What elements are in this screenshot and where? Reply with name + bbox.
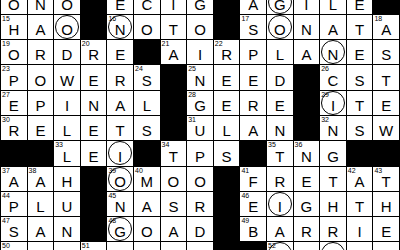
clue-number: 33 <box>55 141 63 149</box>
cell-letter: R <box>301 224 312 241</box>
grid-cell-r11c1[interactable]: 50 <box>1 242 27 250</box>
cell-letter: L <box>63 123 71 140</box>
cell-letter: O <box>168 174 180 191</box>
grid-cell-r2c8[interactable]: O <box>187 15 213 39</box>
cell-letter: E <box>355 47 365 64</box>
grid-cell-r7c13[interactable]: G <box>320 141 346 165</box>
cell-letter: G <box>114 224 126 241</box>
grid-cell-r2c13[interactable]: A <box>320 15 346 39</box>
grid-cell-r5c3[interactable]: I <box>54 91 80 115</box>
cell-letter: A <box>275 224 285 241</box>
grid-cell-r7c12[interactable]: 36N <box>294 141 320 165</box>
grid-cell-r1c12[interactable]: I <box>294 0 320 14</box>
grid-cell-r9c6[interactable]: A <box>134 192 160 216</box>
cell-letter: I <box>358 224 362 241</box>
cell-letter: S <box>9 224 19 241</box>
cell-letter: E <box>89 149 99 166</box>
black-cell-r8c9 <box>214 167 240 191</box>
grid-cell-r9c15[interactable]: H <box>373 192 399 216</box>
grid-cell-r3c11[interactable]: L <box>267 40 293 64</box>
grid-cell-r11c7[interactable] <box>161 242 187 250</box>
cell-letter: G <box>194 98 206 115</box>
cell-letter: R <box>221 47 232 64</box>
grid-cell-r8c11[interactable]: R <box>267 167 293 191</box>
grid-cell-r6c15[interactable]: W <box>373 116 399 140</box>
black-cell-r11c10 <box>240 242 266 250</box>
grid-cell-r10c14[interactable]: I <box>347 217 373 241</box>
cell-letter: N <box>328 47 339 64</box>
cell-letter: I <box>171 0 175 14</box>
grid-cell-r11c6[interactable] <box>134 242 160 250</box>
black-cell-r2c9 <box>214 15 240 39</box>
cell-letter: P <box>9 199 19 216</box>
black-cell-r6c7 <box>161 116 187 140</box>
cell-letter: E <box>115 0 125 14</box>
cell-letter: O <box>194 22 206 39</box>
cell-letter: N <box>195 73 206 90</box>
cell-letter: E <box>381 224 391 241</box>
grid-cell-r10c15[interactable]: E <box>373 217 399 241</box>
cell-letter: U <box>62 199 73 216</box>
grid-cell-r5c2[interactable]: P <box>28 91 54 115</box>
grid-cell-r1c11[interactable]: G <box>267 0 293 14</box>
grid-cell-r8c14[interactable]: 42A <box>347 167 373 191</box>
grid-cell-r5c10[interactable]: R <box>240 91 266 115</box>
cell-letter: S <box>355 73 365 90</box>
cell-letter: E <box>115 47 125 64</box>
grid-cell-r9c1[interactable]: 44P <box>1 192 27 216</box>
cell-letter: W <box>60 73 74 90</box>
grid-cell-r2c3[interactable]: O <box>54 15 80 39</box>
cell-letter: T <box>169 149 178 166</box>
black-cell-r9c9 <box>214 192 240 216</box>
clue-number: 52 <box>268 242 276 250</box>
cell-letter: I <box>331 98 335 115</box>
crossword-grid[interactable]: ONOECIGAGILE15HAO16NOTO17SONAT18A19ORD20… <box>0 0 400 250</box>
grid-cell-r11c13[interactable] <box>320 242 346 250</box>
cell-letter: A <box>248 0 258 14</box>
cell-letter: W <box>379 123 393 140</box>
grid-cell-r3c3[interactable]: D <box>54 40 80 64</box>
grid-cell-r9c11[interactable]: I <box>267 192 293 216</box>
cell-letter: S <box>355 123 365 140</box>
cell-letter: I <box>198 47 202 64</box>
cell-letter: O <box>61 0 73 14</box>
cell-letter: T <box>382 174 391 191</box>
cell-letter: S <box>222 149 232 166</box>
cell-letter: C <box>141 0 152 14</box>
cell-letter: E <box>89 73 99 90</box>
grid-cell-r4c3[interactable]: W <box>54 65 80 89</box>
black-cell-r7c15 <box>373 141 399 165</box>
cell-letter: N <box>88 98 99 115</box>
cell-letter: H <box>381 199 392 216</box>
cell-letter: H <box>8 22 19 39</box>
cell-letter: A <box>301 47 311 64</box>
grid-cell-r7c11[interactable]: 35T <box>267 141 293 165</box>
cell-letter: S <box>142 73 152 90</box>
grid-cell-r11c2[interactable] <box>28 242 54 250</box>
grid-cell-r5c6[interactable]: L <box>134 91 160 115</box>
grid-cell-r8c8[interactable]: O <box>187 167 213 191</box>
grid-cell-r6c6[interactable]: S <box>134 116 160 140</box>
cell-letter: O <box>8 0 20 14</box>
clue-number: 50 <box>2 242 10 250</box>
black-cell-r9c4 <box>81 192 107 216</box>
cell-letter: N <box>301 22 312 39</box>
cell-letter: A <box>35 224 45 241</box>
grid-cell-r5c14[interactable]: T <box>347 91 373 115</box>
grid-cell-r3c12[interactable]: A <box>294 40 320 64</box>
cell-letter: A <box>355 174 365 191</box>
grid-cell-r6c9[interactable]: L <box>214 116 240 140</box>
grid-cell-r6c11[interactable]: N <box>267 116 293 140</box>
grid-cell-r6c2[interactable]: E <box>28 116 54 140</box>
grid-cell-r9c8[interactable]: R <box>187 192 213 216</box>
cell-letter: B <box>248 224 258 241</box>
grid-cell-r5c5[interactable]: A <box>107 91 133 115</box>
grid-cell-r5c15[interactable]: E <box>373 91 399 115</box>
cell-letter: P <box>35 98 45 115</box>
grid-cell-r5c8[interactable]: 28G <box>187 91 213 115</box>
grid-cell-r3c9[interactable]: 22R <box>214 40 240 64</box>
cell-letter: A <box>9 174 19 191</box>
black-cell-r4c7 <box>161 65 187 89</box>
grid-cell-r4c15[interactable]: T <box>373 65 399 89</box>
grid-cell-r9c10[interactable]: 46E <box>240 192 266 216</box>
black-cell-r10c9 <box>214 217 240 241</box>
cell-letter: S <box>381 47 391 64</box>
grid-cell-r10c3[interactable]: N <box>54 217 80 241</box>
grid-cell-r11c3[interactable] <box>54 242 80 250</box>
grid-cell-r2c1[interactable]: 15H <box>1 15 27 39</box>
grid-cell-r4c8[interactable]: 25N <box>187 65 213 89</box>
grid-cell-r8c5[interactable]: 39O <box>107 167 133 191</box>
cell-letter: L <box>36 199 44 216</box>
cell-letter: I <box>304 0 308 14</box>
grid-cell-r6c1[interactable]: 30R <box>1 116 27 140</box>
cell-letter: I <box>118 149 122 166</box>
grid-cell-r2c15[interactable]: 18A <box>373 15 399 39</box>
cell-letter: T <box>355 22 364 39</box>
grid-cell-r7c7[interactable]: 34T <box>161 141 187 165</box>
black-cell-r7c1 <box>1 141 27 165</box>
cell-letter: R <box>195 199 206 216</box>
cell-letter: L <box>276 47 284 64</box>
cell-letter: R <box>274 174 285 191</box>
black-cell-r7c14 <box>347 141 373 165</box>
grid-cell-r3c1[interactable]: 19O <box>1 40 27 64</box>
grid-cell-r1c2[interactable]: N <box>28 0 54 14</box>
black-cell-r1c15 <box>373 0 399 14</box>
black-cell-r10c4 <box>81 217 107 241</box>
grid-cell-r1c13[interactable]: L <box>320 0 346 14</box>
grid-cell-r3c15[interactable]: S <box>373 40 399 64</box>
grid-cell-r3c14[interactable]: E <box>347 40 373 64</box>
crossword-board: ONOECIGAGILE15HAO16NOTO17SONAT18A19ORD20… <box>0 0 400 250</box>
grid-cell-r10c7[interactable]: A <box>161 217 187 241</box>
cell-letter: E <box>381 98 391 115</box>
cell-letter: A <box>168 224 178 241</box>
grid-cell-r11c4[interactable]: 51 <box>81 242 107 250</box>
cell-letter: D <box>195 224 206 241</box>
black-cell-r6c12 <box>294 116 320 140</box>
cell-letter: E <box>248 199 258 216</box>
grid-cell-r7c9[interactable]: S <box>214 141 240 165</box>
cell-letter: O <box>8 47 20 64</box>
grid-cell-r6c10[interactable]: A <box>240 116 266 140</box>
cell-letter: E <box>222 73 232 90</box>
cell-letter: D <box>62 47 73 64</box>
grid-cell-r1c14[interactable]: E <box>347 0 373 14</box>
cell-letter: T <box>275 149 284 166</box>
cell-letter: R <box>8 123 19 140</box>
black-cell-r7c6 <box>134 141 160 165</box>
cell-letter: A <box>248 123 258 140</box>
grid-cell-r9c7[interactable]: S <box>161 192 187 216</box>
cell-letter: O <box>274 22 286 39</box>
grid-cell-r2c11[interactable]: O <box>267 15 293 39</box>
black-cell-r8c4 <box>81 167 107 191</box>
grid-cell-r4c6[interactable]: 24S <box>134 65 160 89</box>
grid-cell-r1c6[interactable]: C <box>134 0 160 14</box>
grid-cell-r11c12[interactable] <box>294 242 320 250</box>
grid-cell-r4c13[interactable]: 26C <box>320 65 346 89</box>
cell-letter: N <box>115 22 126 39</box>
cell-letter: G <box>194 0 206 14</box>
grid-cell-r9c2[interactable]: L <box>28 192 54 216</box>
cell-letter: E <box>89 123 99 140</box>
black-cell-r5c7 <box>161 91 187 115</box>
grid-cell-r2c2[interactable]: A <box>28 15 54 39</box>
grid-cell-r8c3[interactable]: H <box>54 167 80 191</box>
grid-cell-r9c14[interactable]: T <box>347 192 373 216</box>
grid-cell-r9c13[interactable]: H <box>320 192 346 216</box>
cell-letter: P <box>248 47 258 64</box>
cell-letter: I <box>278 199 282 216</box>
cell-letter: S <box>142 123 152 140</box>
grid-cell-r3c4[interactable]: 20R <box>81 40 107 64</box>
grid-cell-r10c13[interactable]: R <box>320 217 346 241</box>
cell-letter: G <box>327 149 339 166</box>
grid-cell-r9c5[interactable]: 45N <box>107 192 133 216</box>
cell-letter: R <box>328 224 339 241</box>
grid-cell-r5c1[interactable]: 27E <box>1 91 27 115</box>
cell-letter: A <box>35 22 45 39</box>
grid-cell-r8c12[interactable]: E <box>294 167 320 191</box>
grid-cell-r4c4[interactable]: E <box>81 65 107 89</box>
grid-cell-r11c14[interactable] <box>347 242 373 250</box>
black-cell-r11c9 <box>214 242 240 250</box>
cell-letter: N <box>328 123 339 140</box>
cell-letter: T <box>116 123 125 140</box>
grid-cell-r8c13[interactable]: T <box>320 167 346 191</box>
grid-cell-r6c4[interactable]: E <box>81 116 107 140</box>
grid-cell-r11c11[interactable]: 52 <box>267 242 293 250</box>
grid-cell-r10c2[interactable]: A <box>28 217 54 241</box>
grid-cell-r1c8[interactable]: G <box>187 0 213 14</box>
cell-letter: T <box>169 22 178 39</box>
grid-cell-r6c13[interactable]: 32N <box>320 116 346 140</box>
cell-letter: G <box>301 199 313 216</box>
black-cell-r1c4 <box>81 0 107 14</box>
cell-letter: P <box>9 73 19 90</box>
cell-letter: M <box>141 174 154 191</box>
grid-cell-r7c3[interactable]: 33L <box>54 141 80 165</box>
cell-letter: O <box>114 174 126 191</box>
cell-letter: N <box>62 224 73 241</box>
grid-cell-r2c12[interactable]: N <box>294 15 320 39</box>
grid-cell-r6c8[interactable]: 31U <box>187 116 213 140</box>
cell-letter: R <box>115 73 126 90</box>
grid-cell-r11c5[interactable] <box>107 242 133 250</box>
cell-letter: E <box>9 98 19 115</box>
cell-letter: N <box>301 149 312 166</box>
grid-cell-r8c10[interactable]: 41F <box>240 167 266 191</box>
grid-cell-r8c7[interactable]: O <box>161 167 187 191</box>
black-cell-r7c10 <box>240 141 266 165</box>
grid-cell-r1c5[interactable]: E <box>107 0 133 14</box>
cell-letter: I <box>65 98 69 115</box>
cell-letter: R <box>248 98 259 115</box>
grid-cell-r3c13[interactable]: N <box>320 40 346 64</box>
cell-letter: O <box>35 73 47 90</box>
circle-marker <box>321 242 345 250</box>
cell-letter: L <box>222 123 230 140</box>
grid-cell-r6c3[interactable]: L <box>54 116 80 140</box>
clue-number: 51 <box>82 242 90 250</box>
black-cell-r7c2 <box>28 141 54 165</box>
grid-cell-r7c4[interactable]: E <box>81 141 107 165</box>
cell-letter: N <box>115 199 126 216</box>
cell-letter: F <box>249 174 258 191</box>
black-cell-r5c12 <box>294 91 320 115</box>
grid-cell-r9c12[interactable]: G <box>294 192 320 216</box>
grid-cell-r11c15[interactable] <box>373 242 399 250</box>
cell-letter: L <box>143 98 151 115</box>
grid-cell-r6c14[interactable]: S <box>347 116 373 140</box>
grid-cell-r1c7[interactable]: I <box>161 0 187 14</box>
grid-cell-r7c5[interactable]: I <box>107 141 133 165</box>
grid-cell-r10c12[interactable]: R <box>294 217 320 241</box>
cell-letter: A <box>115 98 125 115</box>
cell-letter: R <box>88 47 99 64</box>
grid-cell-r5c9[interactable]: E <box>214 91 240 115</box>
black-cell-r3c6 <box>134 40 160 64</box>
grid-cell-r2c7[interactable]: T <box>161 15 187 39</box>
cell-letter: A <box>142 199 152 216</box>
cell-letter: E <box>275 98 285 115</box>
cell-letter: R <box>35 47 46 64</box>
grid-cell-r3c7[interactable]: 21A <box>161 40 187 64</box>
grid-cell-r4c14[interactable]: S <box>347 65 373 89</box>
grid-cell-r3c8[interactable]: I <box>187 40 213 64</box>
cell-letter: D <box>274 73 285 90</box>
cell-letter: O <box>141 22 153 39</box>
grid-cell-r9c3[interactable]: U <box>54 192 80 216</box>
cell-letter: H <box>328 199 339 216</box>
cell-letter: O <box>194 174 206 191</box>
grid-cell-r8c6[interactable]: 40M <box>134 167 160 191</box>
black-cell-r1c9 <box>214 0 240 14</box>
grid-cell-r2c5[interactable]: 16N <box>107 15 133 39</box>
grid-cell-r10c8[interactable]: D <box>187 217 213 241</box>
grid-cell-r2c10[interactable]: 17S <box>240 15 266 39</box>
grid-cell-r5c13[interactable]: 29I <box>320 91 346 115</box>
grid-cell-r10c1[interactable]: 47S <box>1 217 27 241</box>
grid-cell-r6c5[interactable]: T <box>107 116 133 140</box>
cell-letter: A <box>35 174 45 191</box>
grid-cell-r3c10[interactable]: P <box>240 40 266 64</box>
cell-letter: T <box>355 98 364 115</box>
cell-letter: L <box>329 0 337 14</box>
grid-cell-r4c10[interactable]: E <box>240 65 266 89</box>
grid-cell-r1c3[interactable]: O <box>54 0 80 14</box>
clue-number: 29 <box>321 91 329 99</box>
cell-letter: H <box>62 174 73 191</box>
grid-cell-r4c11[interactable]: D <box>267 65 293 89</box>
grid-cell-r10c6[interactable]: O <box>134 217 160 241</box>
cell-letter: S <box>168 199 178 216</box>
cell-letter: T <box>328 174 337 191</box>
cell-letter: C <box>328 73 339 90</box>
grid-cell-r8c1[interactable]: 37A <box>1 167 27 191</box>
cell-letter: A <box>381 22 391 39</box>
grid-cell-r8c15[interactable]: 43T <box>373 167 399 191</box>
cell-letter: E <box>35 123 45 140</box>
cell-letter: E <box>222 98 232 115</box>
black-cell-r2c4 <box>81 15 107 39</box>
cell-letter: U <box>195 123 206 140</box>
grid-cell-r10c5[interactable]: 48G <box>107 217 133 241</box>
grid-cell-r10c11[interactable]: A <box>267 217 293 241</box>
grid-cell-r8c2[interactable]: 38A <box>28 167 54 191</box>
grid-cell-r5c11[interactable]: E <box>267 91 293 115</box>
cell-letter: E <box>301 174 311 191</box>
cell-letter: N <box>274 123 285 140</box>
cell-letter: S <box>248 22 258 39</box>
grid-cell-r1c10[interactable]: A <box>240 0 266 14</box>
cell-letter: T <box>355 199 364 216</box>
cell-letter: A <box>328 22 338 39</box>
grid-cell-r3c5[interactable]: E <box>107 40 133 64</box>
cell-letter: O <box>141 224 153 241</box>
black-cell-r4c12 <box>294 65 320 89</box>
cell-letter: N <box>35 0 46 14</box>
cell-letter: A <box>168 47 178 64</box>
grid-cell-r4c2[interactable]: O <box>28 65 54 89</box>
cell-letter: E <box>248 73 258 90</box>
grid-cell-r11c8[interactable] <box>187 242 213 250</box>
grid-cell-r2c6[interactable]: O <box>134 15 160 39</box>
cell-letter: E <box>355 0 365 14</box>
grid-cell-r3c2[interactable]: R <box>28 40 54 64</box>
grid-cell-r4c1[interactable]: 23P <box>1 65 27 89</box>
grid-cell-r5c4[interactable]: N <box>81 91 107 115</box>
cell-letter: P <box>195 149 205 166</box>
grid-cell-r4c9[interactable]: E <box>214 65 240 89</box>
grid-cell-r10c10[interactable]: 49B <box>240 217 266 241</box>
grid-cell-r4c5[interactable]: R <box>107 65 133 89</box>
grid-cell-r1c1[interactable]: O <box>1 0 27 14</box>
cell-letter: O <box>61 22 73 39</box>
cell-letter: G <box>274 0 286 14</box>
grid-cell-r2c14[interactable]: T <box>347 15 373 39</box>
grid-cell-r7c8[interactable]: P <box>187 141 213 165</box>
cell-letter: T <box>382 73 391 90</box>
cell-letter: L <box>63 149 71 166</box>
